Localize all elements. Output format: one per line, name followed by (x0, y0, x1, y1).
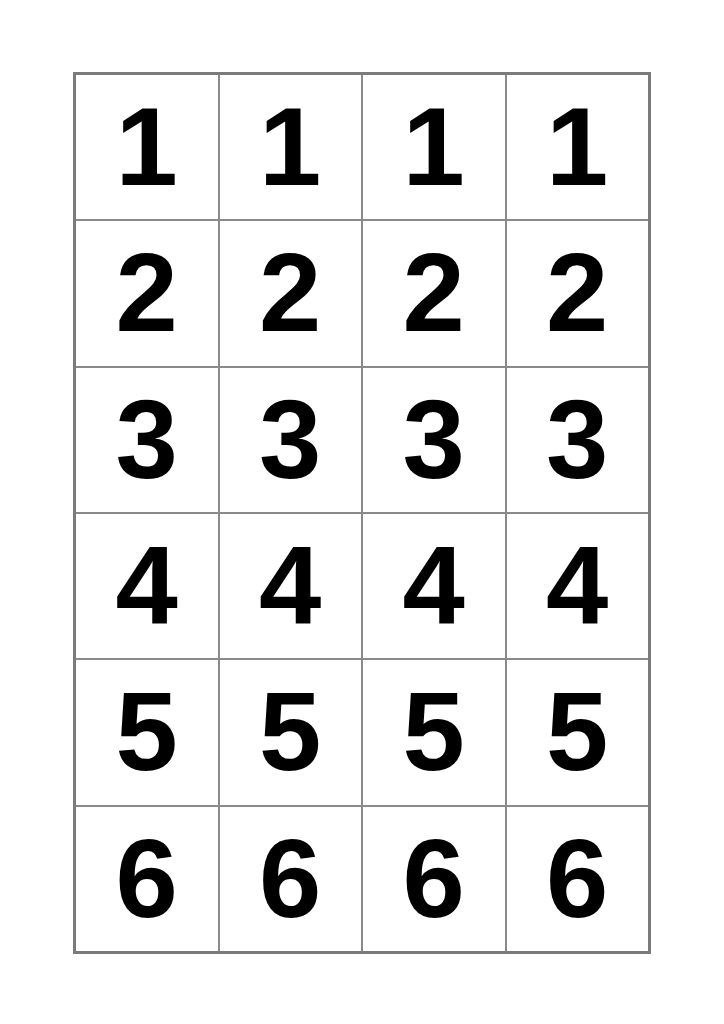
grid-cell-r4-c1: 4 (76, 514, 218, 658)
grid-cell-r3-c4: 3 (507, 368, 649, 512)
grid-cell-r2-c2: 2 (220, 221, 362, 365)
worksheet-page: 111122223333444455556666 (0, 0, 724, 1024)
grid-cell-r3-c2: 3 (220, 368, 362, 512)
grid-cell-r2-c3: 2 (363, 221, 505, 365)
grid-cell-r6-c2: 6 (220, 807, 362, 951)
grid-cell-r4-c2: 4 (220, 514, 362, 658)
grid-cell-r3-c1: 3 (76, 368, 218, 512)
grid-cell-r5-c3: 5 (363, 660, 505, 804)
grid-cell-r2-c4: 2 (507, 221, 649, 365)
grid-cell-r3-c3: 3 (363, 368, 505, 512)
grid-cell-r6-c4: 6 (507, 807, 649, 951)
grid-cell-r1-c4: 1 (507, 75, 649, 219)
grid-cell-r4-c3: 4 (363, 514, 505, 658)
grid-cell-r1-c3: 1 (363, 75, 505, 219)
grid-cell-r2-c1: 2 (76, 221, 218, 365)
number-grid: 111122223333444455556666 (73, 72, 651, 954)
grid-cell-r6-c3: 6 (363, 807, 505, 951)
grid-cell-r4-c4: 4 (507, 514, 649, 658)
grid-cell-r5-c4: 5 (507, 660, 649, 804)
grid-cell-r5-c2: 5 (220, 660, 362, 804)
grid-cell-r1-c2: 1 (220, 75, 362, 219)
grid-cell-r6-c1: 6 (76, 807, 218, 951)
grid-cell-r5-c1: 5 (76, 660, 218, 804)
grid-cell-r1-c1: 1 (76, 75, 218, 219)
